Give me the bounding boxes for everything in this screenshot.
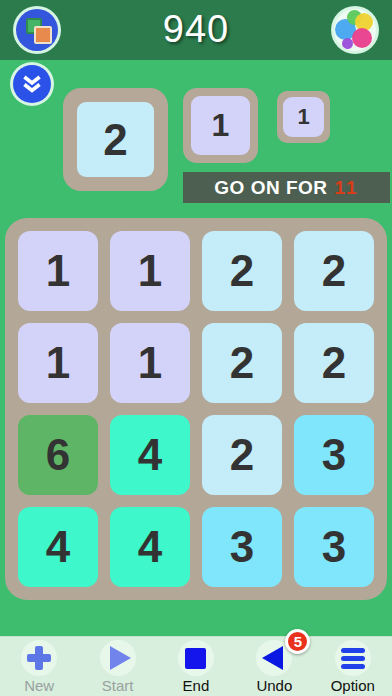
grid-tile-r2c3[interactable]: 2 (202, 323, 282, 403)
grid-tile-r1c3[interactable]: 2 (202, 231, 282, 311)
bottom-toolbar: New Start End 5 Undo Option (0, 636, 392, 696)
double-chevron-down-icon (13, 65, 51, 103)
app-screen: 940 2 1 1 GO ON FOR 11 (0, 0, 392, 696)
header-bar: 940 (0, 0, 392, 60)
grid-tile-r3c4[interactable]: 3 (294, 415, 374, 495)
grid-tile-r2c1[interactable]: 1 (18, 323, 98, 403)
next-tile-value: 1 (191, 96, 250, 155)
grid-tile-r3c1[interactable]: 6 (18, 415, 98, 495)
start-button[interactable]: Start (84, 637, 152, 694)
grid-tile-r2c2[interactable]: 1 (110, 323, 190, 403)
goal-banner: GO ON FOR 11 (183, 172, 390, 203)
undo-button[interactable]: 5 Undo (240, 637, 308, 694)
grid-tile-r4c4[interactable]: 3 (294, 507, 374, 587)
grid-tile-r4c2[interactable]: 4 (110, 507, 190, 587)
undo-count-badge: 5 (285, 629, 310, 654)
grid-tile-r4c3[interactable]: 3 (202, 507, 282, 587)
back-triangle-icon (262, 646, 283, 670)
next-tile-third: 1 (277, 91, 330, 143)
grid-tile-r3c2[interactable]: 4 (110, 415, 190, 495)
option-button[interactable]: Option (319, 637, 387, 694)
undo-button-label: Undo (256, 677, 292, 694)
next-tile-value: 1 (283, 97, 324, 137)
next-tile-value: 2 (77, 102, 154, 177)
grid-tile-r1c2[interactable]: 1 (110, 231, 190, 311)
hamburger-menu-icon (341, 648, 365, 669)
grid-tile-r4c1[interactable]: 4 (18, 507, 98, 587)
game-center-button[interactable] (331, 6, 379, 54)
stop-square-icon (185, 648, 206, 669)
new-button[interactable]: New (5, 637, 73, 694)
grid-tile-r2c4[interactable]: 2 (294, 323, 374, 403)
option-button-label: Option (331, 677, 375, 694)
play-icon (110, 646, 131, 670)
board-grid: 1 1 2 2 1 1 2 2 6 4 2 3 4 4 3 3 (5, 218, 387, 600)
next-tile-current: 2 (63, 88, 168, 191)
end-button-label: End (183, 677, 210, 694)
grid-tile-r1c1[interactable]: 1 (18, 231, 98, 311)
end-button[interactable]: End (162, 637, 230, 694)
double-chevron-down-button[interactable] (10, 62, 54, 106)
plus-icon (27, 646, 51, 670)
start-button-label: Start (102, 677, 134, 694)
next-tile-second: 1 (183, 88, 258, 163)
grid-tile-r1c4[interactable]: 2 (294, 231, 374, 311)
grid-tile-r3c3[interactable]: 2 (202, 415, 282, 495)
goal-banner-text: GO ON FOR (214, 177, 327, 199)
new-button-label: New (24, 677, 54, 694)
game-center-icon (334, 9, 376, 51)
goal-banner-target: 11 (335, 177, 359, 199)
